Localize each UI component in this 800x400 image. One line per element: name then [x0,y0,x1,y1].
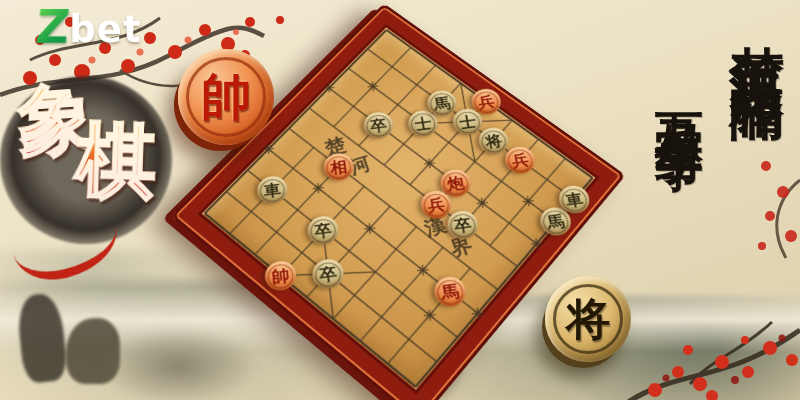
piece-red-相[interactable]: 相 [318,148,360,186]
logo[interactable]: Z bet [36,4,142,50]
black-general-glyph: 将 [566,297,610,341]
piece-black-車[interactable]: 車 [251,171,293,209]
calligraphy-column-right: 楚河汉界相隔 [720,2,794,400]
xiangqi-seal: 象 棋 [0,76,172,244]
seal-char-qi: 棋 [75,119,158,202]
logo-text: bet [69,11,141,50]
red-general-glyph: 帥 [201,72,251,122]
calligraphy-column-left: 万马千军纷争 [648,76,712,400]
decorative-black-general-piece: 将 [545,276,631,362]
logo-z: Z [34,4,72,50]
banner: 楚河 漢界 帥相炮馬兵兵兵将士士馬馬車車卒卒卒卒 帥 将 象 棋 Z bet 楚… [0,0,800,400]
piece-black-卒[interactable]: 卒 [302,211,345,251]
piece-red-馬[interactable]: 馬 [428,271,472,313]
piece-black-卒[interactable]: 卒 [358,107,399,143]
decorative-red-general-piece: 帥 [178,49,274,145]
piece-black-卒[interactable]: 卒 [306,253,350,294]
